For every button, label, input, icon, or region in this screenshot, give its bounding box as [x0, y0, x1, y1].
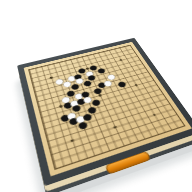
- go-board: ●●●●●●●●●●●●●●●●●●●●●●●●●●●●●●●●●●: [17, 38, 192, 187]
- star-point: [134, 84, 137, 86]
- black-stone: ●: [95, 66, 106, 74]
- product-photo: ●●●●●●●●●●●●●●●●●●●●●●●●●●●●●●●●●●: [0, 0, 192, 192]
- scene: ●●●●●●●●●●●●●●●●●●●●●●●●●●●●●●●●●●: [0, 0, 192, 192]
- star-point: [152, 113, 156, 116]
- star-point: [70, 139, 74, 142]
- star-point: [113, 126, 117, 129]
- star-point: [119, 59, 122, 61]
- board-frame: ●●●●●●●●●●●●●●●●●●●●●●●●●●●●●●●●●●: [17, 38, 192, 187]
- black-stone: ●: [116, 80, 128, 89]
